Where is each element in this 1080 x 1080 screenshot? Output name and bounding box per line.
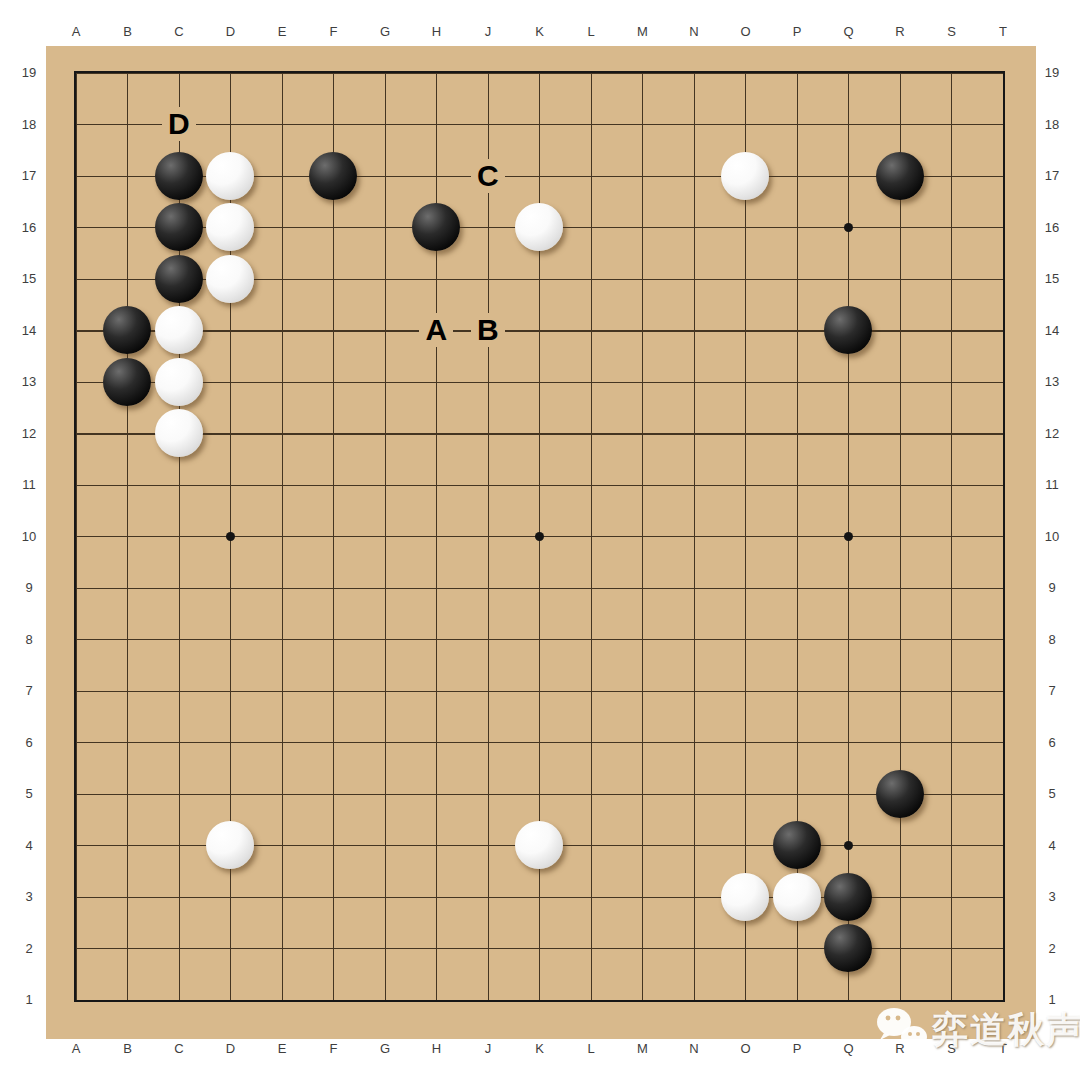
intersection[interactable]: [565, 768, 617, 820]
intersection[interactable]: [205, 150, 257, 202]
intersection[interactable]: [153, 305, 205, 357]
intersection[interactable]: [359, 99, 411, 151]
intersection[interactable]: [668, 820, 720, 872]
intersection[interactable]: [565, 459, 617, 511]
intersection[interactable]: [926, 717, 978, 769]
intersection[interactable]: [771, 974, 823, 1026]
intersection[interactable]: [977, 871, 1029, 923]
intersection[interactable]: [720, 253, 772, 305]
intersection[interactable]: [977, 305, 1029, 357]
intersection[interactable]: [256, 99, 308, 151]
intersection[interactable]: [771, 253, 823, 305]
intersection[interactable]: [102, 150, 154, 202]
intersection[interactable]: [50, 99, 102, 151]
intersection[interactable]: [668, 408, 720, 460]
intersection[interactable]: [668, 511, 720, 563]
intersection[interactable]: [308, 47, 360, 99]
intersection[interactable]: [771, 717, 823, 769]
intersection[interactable]: [720, 820, 772, 872]
intersection[interactable]: [771, 459, 823, 511]
intersection[interactable]: [668, 717, 720, 769]
intersection[interactable]: [668, 923, 720, 975]
intersection[interactable]: [462, 717, 514, 769]
intersection[interactable]: [514, 202, 566, 254]
intersection[interactable]: [153, 408, 205, 460]
intersection[interactable]: [50, 408, 102, 460]
intersection[interactable]: [205, 974, 257, 1026]
intersection[interactable]: [359, 459, 411, 511]
intersection[interactable]: [977, 717, 1029, 769]
intersection[interactable]: [205, 768, 257, 820]
intersection[interactable]: [256, 459, 308, 511]
intersection[interactable]: [668, 665, 720, 717]
intersection[interactable]: [411, 459, 463, 511]
intersection[interactable]: [823, 47, 875, 99]
intersection[interactable]: [359, 305, 411, 357]
intersection[interactable]: [823, 408, 875, 460]
intersection[interactable]: [205, 99, 257, 151]
intersection[interactable]: [205, 614, 257, 666]
intersection[interactable]: [771, 614, 823, 666]
intersection[interactable]: [771, 202, 823, 254]
intersection[interactable]: [617, 150, 669, 202]
intersection[interactable]: [668, 768, 720, 820]
intersection[interactable]: [256, 665, 308, 717]
intersection[interactable]: [462, 562, 514, 614]
intersection[interactable]: [205, 562, 257, 614]
intersection[interactable]: [874, 768, 926, 820]
intersection[interactable]: [102, 665, 154, 717]
annotation-label-d[interactable]: D: [162, 107, 196, 141]
intersection[interactable]: [102, 562, 154, 614]
intersection[interactable]: [205, 923, 257, 975]
intersection[interactable]: [359, 562, 411, 614]
intersection[interactable]: [823, 717, 875, 769]
intersection[interactable]: [720, 974, 772, 1026]
intersection[interactable]: [823, 614, 875, 666]
intersection[interactable]: [308, 356, 360, 408]
intersection[interactable]: [50, 202, 102, 254]
intersection[interactable]: [411, 871, 463, 923]
intersection[interactable]: [102, 614, 154, 666]
intersection[interactable]: [50, 459, 102, 511]
intersection[interactable]: [308, 923, 360, 975]
intersection[interactable]: [823, 99, 875, 151]
intersection[interactable]: [565, 562, 617, 614]
intersection[interactable]: [256, 923, 308, 975]
intersection[interactable]: [102, 768, 154, 820]
intersection[interactable]: [977, 47, 1029, 99]
intersection[interactable]: [205, 511, 257, 563]
intersection[interactable]: [462, 871, 514, 923]
intersection[interactable]: [50, 305, 102, 357]
intersection[interactable]: [102, 356, 154, 408]
intersection[interactable]: [205, 665, 257, 717]
intersection[interactable]: [874, 459, 926, 511]
intersection[interactable]: [205, 717, 257, 769]
intersection[interactable]: [977, 408, 1029, 460]
intersection[interactable]: [926, 923, 978, 975]
intersection[interactable]: [668, 614, 720, 666]
intersection[interactable]: [771, 47, 823, 99]
intersection[interactable]: [617, 871, 669, 923]
intersection[interactable]: [256, 820, 308, 872]
intersection[interactable]: [205, 356, 257, 408]
intersection[interactable]: [359, 768, 411, 820]
intersection[interactable]: [102, 253, 154, 305]
intersection[interactable]: [102, 459, 154, 511]
intersection[interactable]: [256, 614, 308, 666]
intersection[interactable]: [205, 305, 257, 357]
intersection[interactable]: [411, 820, 463, 872]
intersection[interactable]: [462, 356, 514, 408]
intersection[interactable]: [823, 253, 875, 305]
intersection[interactable]: [565, 820, 617, 872]
intersection[interactable]: [50, 717, 102, 769]
intersection[interactable]: [256, 511, 308, 563]
intersection[interactable]: [514, 768, 566, 820]
intersection[interactable]: [771, 768, 823, 820]
intersection[interactable]: [359, 923, 411, 975]
intersection[interactable]: [359, 47, 411, 99]
intersection[interactable]: [359, 150, 411, 202]
intersection[interactable]: [50, 871, 102, 923]
intersection[interactable]: [514, 974, 566, 1026]
intersection[interactable]: [411, 768, 463, 820]
intersection[interactable]: [617, 923, 669, 975]
intersection[interactable]: [668, 305, 720, 357]
intersection[interactable]: [874, 99, 926, 151]
intersection[interactable]: [668, 99, 720, 151]
intersection[interactable]: [926, 768, 978, 820]
intersection[interactable]: [359, 665, 411, 717]
intersection[interactable]: [514, 356, 566, 408]
intersection[interactable]: [926, 820, 978, 872]
intersection[interactable]: [977, 202, 1029, 254]
intersection[interactable]: [359, 408, 411, 460]
intersection[interactable]: [359, 356, 411, 408]
intersection[interactable]: [565, 871, 617, 923]
intersection[interactable]: [926, 99, 978, 151]
intersection[interactable]: [205, 47, 257, 99]
intersection[interactable]: [50, 665, 102, 717]
intersection[interactable]: [256, 305, 308, 357]
intersection[interactable]: [205, 459, 257, 511]
intersection[interactable]: [565, 150, 617, 202]
intersection[interactable]: [308, 974, 360, 1026]
intersection[interactable]: [720, 511, 772, 563]
intersection[interactable]: [668, 459, 720, 511]
intersection[interactable]: [823, 768, 875, 820]
intersection[interactable]: [926, 871, 978, 923]
intersection[interactable]: [411, 923, 463, 975]
intersection[interactable]: [256, 356, 308, 408]
intersection[interactable]: [926, 253, 978, 305]
intersection[interactable]: [720, 614, 772, 666]
intersection[interactable]: [874, 408, 926, 460]
intersection[interactable]: [617, 202, 669, 254]
intersection[interactable]: [256, 408, 308, 460]
intersection[interactable]: [771, 511, 823, 563]
intersection[interactable]: [771, 923, 823, 975]
intersection[interactable]: [874, 253, 926, 305]
intersection[interactable]: [514, 665, 566, 717]
intersection[interactable]: [102, 871, 154, 923]
intersection[interactable]: [102, 974, 154, 1026]
intersection[interactable]: [720, 47, 772, 99]
intersection[interactable]: [771, 99, 823, 151]
intersection[interactable]: [926, 614, 978, 666]
intersection[interactable]: [617, 562, 669, 614]
intersection[interactable]: [359, 511, 411, 563]
intersection[interactable]: [720, 665, 772, 717]
intersection[interactable]: [153, 871, 205, 923]
intersection[interactable]: [256, 150, 308, 202]
intersection[interactable]: [205, 202, 257, 254]
intersection[interactable]: [308, 665, 360, 717]
intersection[interactable]: [205, 408, 257, 460]
intersection[interactable]: [977, 356, 1029, 408]
intersection[interactable]: [308, 820, 360, 872]
intersection[interactable]: [771, 408, 823, 460]
intersection[interactable]: [50, 614, 102, 666]
intersection[interactable]: [462, 923, 514, 975]
intersection[interactable]: [720, 408, 772, 460]
intersection[interactable]: [359, 614, 411, 666]
intersection[interactable]: [514, 253, 566, 305]
intersection[interactable]: [668, 47, 720, 99]
intersection[interactable]: [514, 408, 566, 460]
intersection[interactable]: [565, 717, 617, 769]
intersection[interactable]: [926, 356, 978, 408]
intersection[interactable]: [308, 202, 360, 254]
intersection[interactable]: [308, 511, 360, 563]
intersection[interactable]: [977, 99, 1029, 151]
intersection[interactable]: [565, 202, 617, 254]
intersection[interactable]: [617, 974, 669, 1026]
intersection[interactable]: [462, 99, 514, 151]
intersection[interactable]: [462, 614, 514, 666]
intersection[interactable]: [411, 511, 463, 563]
intersection[interactable]: [411, 202, 463, 254]
intersection[interactable]: [823, 871, 875, 923]
intersection[interactable]: [977, 768, 1029, 820]
intersection[interactable]: [926, 459, 978, 511]
intersection[interactable]: [720, 150, 772, 202]
intersection[interactable]: [823, 150, 875, 202]
intersection[interactable]: [977, 459, 1029, 511]
intersection[interactable]: [153, 717, 205, 769]
intersection[interactable]: [565, 665, 617, 717]
intersection[interactable]: [514, 305, 566, 357]
intersection[interactable]: [874, 356, 926, 408]
intersection[interactable]: [411, 150, 463, 202]
intersection[interactable]: [514, 923, 566, 975]
intersection[interactable]: [359, 820, 411, 872]
intersection[interactable]: [308, 459, 360, 511]
intersection[interactable]: [617, 665, 669, 717]
intersection[interactable]: [823, 459, 875, 511]
intersection[interactable]: [50, 768, 102, 820]
intersection[interactable]: [668, 871, 720, 923]
intersection[interactable]: [514, 562, 566, 614]
intersection[interactable]: [102, 202, 154, 254]
intersection[interactable]: [514, 150, 566, 202]
intersection[interactable]: [720, 717, 772, 769]
intersection[interactable]: [926, 665, 978, 717]
intersection[interactable]: [462, 511, 514, 563]
intersection[interactable]: [874, 511, 926, 563]
intersection[interactable]: [462, 202, 514, 254]
intersection[interactable]: [308, 717, 360, 769]
intersection[interactable]: [565, 511, 617, 563]
intersection[interactable]: [720, 871, 772, 923]
intersection[interactable]: [102, 820, 154, 872]
intersection[interactable]: [565, 923, 617, 975]
intersection[interactable]: [514, 47, 566, 99]
intersection[interactable]: [823, 305, 875, 357]
intersection[interactable]: [823, 562, 875, 614]
intersection[interactable]: [565, 356, 617, 408]
intersection[interactable]: [514, 820, 566, 872]
intersection[interactable]: [668, 202, 720, 254]
intersection[interactable]: [874, 47, 926, 99]
intersection[interactable]: [256, 47, 308, 99]
intersection[interactable]: [926, 305, 978, 357]
intersection[interactable]: [153, 923, 205, 975]
intersection[interactable]: [617, 614, 669, 666]
intersection[interactable]: [359, 974, 411, 1026]
intersection[interactable]: [50, 820, 102, 872]
intersection[interactable]: [359, 871, 411, 923]
intersection[interactable]: [308, 253, 360, 305]
intersection[interactable]: [153, 562, 205, 614]
intersection[interactable]: [617, 47, 669, 99]
annotation-label-a[interactable]: A: [419, 313, 453, 347]
intersection[interactable]: [720, 99, 772, 151]
intersection[interactable]: [462, 820, 514, 872]
intersection[interactable]: [462, 408, 514, 460]
intersection[interactable]: [926, 562, 978, 614]
intersection[interactable]: [720, 202, 772, 254]
intersection[interactable]: [565, 614, 617, 666]
intersection[interactable]: [256, 974, 308, 1026]
intersection[interactable]: [565, 47, 617, 99]
intersection[interactable]: [308, 305, 360, 357]
intersection[interactable]: [874, 665, 926, 717]
intersection[interactable]: [977, 820, 1029, 872]
intersection[interactable]: [771, 562, 823, 614]
intersection[interactable]: [153, 614, 205, 666]
intersection[interactable]: [926, 408, 978, 460]
intersection[interactable]: D: [153, 99, 205, 151]
intersection[interactable]: [256, 871, 308, 923]
intersection[interactable]: [874, 923, 926, 975]
intersection[interactable]: [874, 150, 926, 202]
intersection[interactable]: [308, 614, 360, 666]
intersection[interactable]: [205, 253, 257, 305]
intersection[interactable]: [153, 665, 205, 717]
intersection[interactable]: [462, 768, 514, 820]
intersection[interactable]: [359, 253, 411, 305]
intersection[interactable]: [50, 974, 102, 1026]
intersection[interactable]: [617, 768, 669, 820]
intersection[interactable]: [256, 768, 308, 820]
intersection[interactable]: [823, 923, 875, 975]
intersection[interactable]: [102, 47, 154, 99]
intersection[interactable]: [874, 305, 926, 357]
intersection[interactable]: [411, 408, 463, 460]
intersection[interactable]: [771, 665, 823, 717]
intersection[interactable]: [771, 356, 823, 408]
intersection[interactable]: [565, 305, 617, 357]
intersection[interactable]: [565, 408, 617, 460]
intersection[interactable]: [874, 820, 926, 872]
intersection[interactable]: [668, 356, 720, 408]
intersection[interactable]: [50, 356, 102, 408]
intersection[interactable]: [926, 150, 978, 202]
intersection[interactable]: [874, 202, 926, 254]
intersection[interactable]: [102, 305, 154, 357]
intersection[interactable]: [256, 562, 308, 614]
intersection[interactable]: [50, 253, 102, 305]
intersection[interactable]: [514, 717, 566, 769]
intersection[interactable]: [720, 459, 772, 511]
intersection[interactable]: [720, 768, 772, 820]
intersection[interactable]: [514, 459, 566, 511]
intersection[interactable]: [308, 768, 360, 820]
intersection[interactable]: [668, 150, 720, 202]
intersection[interactable]: [256, 253, 308, 305]
intersection[interactable]: [411, 47, 463, 99]
intersection[interactable]: [720, 562, 772, 614]
intersection[interactable]: [977, 923, 1029, 975]
intersection[interactable]: [565, 253, 617, 305]
intersection[interactable]: [411, 614, 463, 666]
intersection[interactable]: [823, 511, 875, 563]
intersection[interactable]: [411, 717, 463, 769]
intersection[interactable]: [977, 511, 1029, 563]
intersection[interactable]: [153, 820, 205, 872]
intersection[interactable]: [411, 253, 463, 305]
intersection[interactable]: [874, 614, 926, 666]
intersection[interactable]: [102, 99, 154, 151]
intersection[interactable]: [153, 253, 205, 305]
intersection[interactable]: [823, 974, 875, 1026]
intersection[interactable]: [514, 614, 566, 666]
intersection[interactable]: [462, 974, 514, 1026]
intersection[interactable]: [977, 614, 1029, 666]
intersection[interactable]: [771, 150, 823, 202]
intersection[interactable]: [462, 253, 514, 305]
intersection[interactable]: [153, 768, 205, 820]
intersection[interactable]: [50, 47, 102, 99]
intersection[interactable]: [308, 562, 360, 614]
intersection[interactable]: [771, 820, 823, 872]
intersection[interactable]: [256, 202, 308, 254]
intersection[interactable]: [926, 47, 978, 99]
intersection[interactable]: [153, 974, 205, 1026]
intersection[interactable]: [359, 717, 411, 769]
intersection[interactable]: [823, 665, 875, 717]
intersection[interactable]: [617, 820, 669, 872]
intersection[interactable]: [874, 717, 926, 769]
intersection[interactable]: [617, 253, 669, 305]
intersection[interactable]: [153, 150, 205, 202]
intersection[interactable]: [153, 47, 205, 99]
intersection[interactable]: [102, 717, 154, 769]
intersection[interactable]: [720, 923, 772, 975]
